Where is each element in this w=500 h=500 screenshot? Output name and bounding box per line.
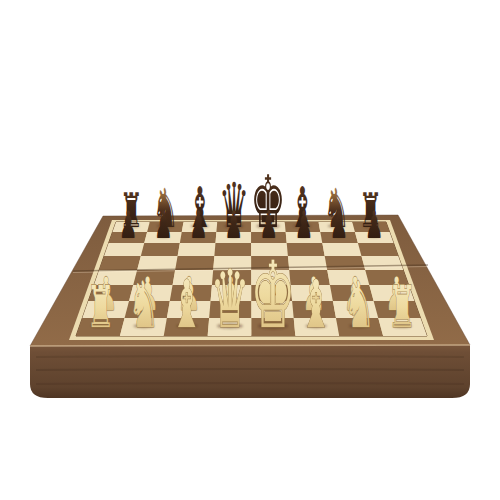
wood-grain-line — [36, 369, 464, 370]
photo-canvas: ♜♞♝♛♚♝♞♜♟♟♟♟♟♟♟♟♟♟♟♟♟♟♟♟♜♞♝♛♚♝♞♜ — [0, 0, 500, 500]
piece-white-rook-h1[interactable]: ♜ — [388, 274, 417, 341]
piece-black-pawn-a7[interactable]: ♟ — [119, 203, 138, 246]
piece-black-pawn-e7[interactable]: ♟ — [259, 203, 278, 246]
piece-white-knight-b1[interactable]: ♞ — [128, 268, 160, 342]
piece-white-bishop-c1[interactable]: ♝ — [171, 266, 204, 343]
piece-white-bishop-f1[interactable]: ♝ — [300, 266, 333, 343]
wood-grain-line — [36, 383, 464, 384]
piece-white-king-e1[interactable]: ♚ — [250, 241, 295, 349]
piece-black-pawn-h7[interactable]: ♟ — [365, 203, 384, 246]
piece-white-queen-d1[interactable]: ♛ — [210, 253, 249, 346]
piece-black-pawn-g7[interactable]: ♟ — [330, 203, 349, 246]
chessboard: ♜♞♝♛♚♝♞♜♟♟♟♟♟♟♟♟♟♟♟♟♟♟♟♟♜♞♝♛♚♝♞♜ — [0, 0, 500, 500]
board-case-front-face — [30, 345, 470, 399]
piece-black-pawn-b7[interactable]: ♟ — [154, 203, 173, 246]
piece-black-pawn-c7[interactable]: ♟ — [189, 203, 208, 246]
piece-white-knight-g1[interactable]: ♞ — [343, 268, 375, 342]
wood-grain-line — [36, 356, 464, 357]
piece-black-pawn-d7[interactable]: ♟ — [224, 203, 243, 246]
piece-white-rook-a1[interactable]: ♜ — [86, 274, 115, 341]
piece-black-pawn-f7[interactable]: ♟ — [294, 203, 313, 246]
